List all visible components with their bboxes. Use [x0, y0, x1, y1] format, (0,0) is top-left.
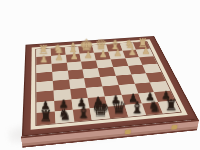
- brass-latch-icon: [124, 129, 130, 134]
- board-frame: ♜♞♝♚♛♝♞♜♟♟♟♟♟♟♟♟♟♟♟♟♟♟♟♟♜♞♝♚♛♝♞♜: [22, 36, 198, 137]
- square-a8: ♜: [158, 101, 180, 114]
- square-g4: [52, 71, 69, 81]
- square-c8: ♝: [125, 104, 146, 117]
- square-g8: ♞: [55, 110, 74, 123]
- brass-latch-icon: [171, 125, 177, 130]
- square-a6: [150, 81, 170, 92]
- chessboard-grid: ♜♞♝♚♛♝♞♜♟♟♟♟♟♟♟♟♟♟♟♟♟♟♟♟♜♞♝♚♛♝♞♜: [35, 41, 182, 126]
- square-f8: ♝: [72, 108, 92, 121]
- square-d4: [98, 67, 116, 77]
- chess-set-photo: ♜♞♝♚♛♝♞♜♟♟♟♟♟♟♟♟♟♟♟♟♟♟♟♟♜♞♝♚♛♝♞♜: [0, 0, 200, 150]
- piece-bP-icon: ♟: [154, 90, 180, 101]
- square-c6: [118, 84, 137, 95]
- board-inlay-border: ♜♞♝♚♛♝♞♜♟♟♟♟♟♟♟♟♟♟♟♟♟♟♟♟♜♞♝♚♛♝♞♜: [31, 39, 188, 130]
- chessboard: ♜♞♝♚♛♝♞♜♟♟♟♟♟♟♟♟♟♟♟♟♟♟♟♟♜♞♝♚♛♝♞♜: [22, 36, 198, 137]
- square-h8: ♜: [37, 112, 56, 126]
- square-b8: ♞: [142, 102, 164, 115]
- square-h4: [36, 72, 52, 82]
- piece-bR-icon: ♜: [158, 97, 185, 112]
- piece-wR-icon: ♜: [132, 37, 153, 49]
